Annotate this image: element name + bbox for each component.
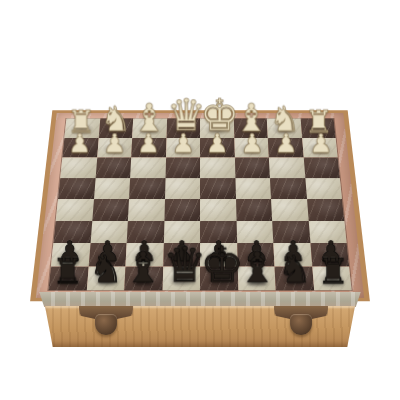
square-r5c1[interactable] <box>56 199 94 221</box>
black-rook[interactable]: ♜ <box>314 254 352 289</box>
square-r2c7[interactable]: ♟ <box>268 138 303 158</box>
white-pawn[interactable]: ♟ <box>234 130 268 156</box>
white-pawn[interactable]: ♟ <box>166 130 200 156</box>
white-pawn[interactable]: ♟ <box>269 130 303 156</box>
square-r2c8[interactable]: ♟ <box>302 138 338 158</box>
square-r4c6[interactable] <box>235 178 271 199</box>
black-knight[interactable]: ♞ <box>86 250 124 288</box>
square-r2c1[interactable]: ♟ <box>62 138 98 158</box>
black-queen[interactable]: ♛ <box>162 240 200 289</box>
square-r2c6[interactable]: ♟ <box>234 138 269 158</box>
square-r8c7[interactable]: ♞ <box>275 266 314 290</box>
square-r5c7[interactable] <box>271 199 308 221</box>
square-r5c3[interactable] <box>128 199 165 221</box>
square-r3c1[interactable] <box>60 158 97 178</box>
square-r8c6[interactable]: ♝ <box>237 266 276 290</box>
square-r8c4[interactable]: ♛ <box>162 266 200 290</box>
square-r5c8[interactable] <box>307 199 345 221</box>
stone-slab-edge <box>36 292 364 307</box>
wooden-box-front <box>45 306 355 347</box>
square-r4c8[interactable] <box>305 178 342 199</box>
stone-border-frame: ♜♞♝♛♚♝♞♜♟♟♟♟♟♟♟♟♟♟♟♟♟♟♟♟♜♞♝♛♚♝♞♜ <box>30 110 370 301</box>
square-r5c5[interactable] <box>200 199 236 221</box>
square-r5c2[interactable] <box>92 199 129 221</box>
black-bishop[interactable]: ♝ <box>124 246 162 289</box>
square-r8c3[interactable]: ♝ <box>124 266 163 290</box>
square-r4c2[interactable] <box>94 178 131 199</box>
square-r2c4[interactable]: ♟ <box>166 138 200 158</box>
square-r3c4[interactable] <box>165 158 200 178</box>
black-rook[interactable]: ♜ <box>49 254 87 289</box>
white-pawn[interactable]: ♟ <box>200 130 234 156</box>
square-r3c5[interactable] <box>200 158 235 178</box>
product-photo-scene: ♜♞♝♛♚♝♞♜♟♟♟♟♟♟♟♟♟♟♟♟♟♟♟♟♜♞♝♛♚♝♞♜ <box>0 0 400 400</box>
square-r2c3[interactable]: ♟ <box>131 138 166 158</box>
white-pawn[interactable]: ♟ <box>62 130 96 156</box>
board-grid: ♜♞♝♛♚♝♞♜♟♟♟♟♟♟♟♟♟♟♟♟♟♟♟♟♜♞♝♛♚♝♞♜ <box>48 119 351 291</box>
square-r8c5[interactable]: ♚ <box>200 266 238 290</box>
square-r4c5[interactable] <box>200 178 236 199</box>
square-r5c4[interactable] <box>164 199 200 221</box>
black-king[interactable]: ♚ <box>200 240 238 289</box>
square-r2c5[interactable]: ♟ <box>200 138 234 158</box>
square-r4c4[interactable] <box>165 178 201 199</box>
square-r5c6[interactable] <box>236 199 273 221</box>
square-r8c1[interactable]: ♜ <box>48 266 88 290</box>
square-r3c3[interactable] <box>130 158 165 178</box>
square-r2c2[interactable]: ♟ <box>97 138 132 158</box>
white-pawn[interactable]: ♟ <box>131 130 165 156</box>
square-r3c2[interactable] <box>95 158 131 178</box>
square-r3c8[interactable] <box>303 158 340 178</box>
square-r3c6[interactable] <box>234 158 269 178</box>
square-r4c1[interactable] <box>58 178 95 199</box>
white-pawn[interactable]: ♟ <box>303 130 337 156</box>
square-r8c8[interactable]: ♜ <box>312 266 352 290</box>
black-bishop[interactable]: ♝ <box>238 246 276 289</box>
white-pawn[interactable]: ♟ <box>97 130 131 156</box>
black-knight[interactable]: ♞ <box>276 250 314 288</box>
square-r3c7[interactable] <box>269 158 305 178</box>
square-r4c7[interactable] <box>270 178 307 199</box>
square-r4c3[interactable] <box>129 178 165 199</box>
board-plane: ♜♞♝♛♚♝♞♜♟♟♟♟♟♟♟♟♟♟♟♟♟♟♟♟♜♞♝♛♚♝♞♜ <box>30 110 370 301</box>
square-r8c2[interactable]: ♞ <box>86 266 125 290</box>
